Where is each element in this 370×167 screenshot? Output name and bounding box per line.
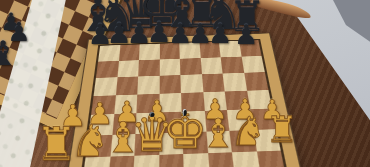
black-finial	[150, 112, 155, 117]
black-bishop: ♝	[0, 36, 18, 70]
pieces-layer: ♟♟♝♝♞♛♚♝♜♞♜♟♟♟♟♟♟♟♟♟♟♟♟♟♟♟♜♞♝♛♚♝♞♜	[0, 0, 370, 167]
black-pawn: ♟	[208, 20, 232, 47]
black-pawn: ♟	[234, 21, 258, 48]
white-knight: ♞	[230, 111, 266, 151]
white-rook: ♜	[266, 112, 298, 148]
black-finial	[183, 109, 187, 116]
photo-scene: ♟♟♝♝♞♛♚♝♜♞♜♟♟♟♟♟♟♟♟♟♟♟♟♟♟♟♜♞♝♛♚♝♞♜	[0, 0, 370, 167]
